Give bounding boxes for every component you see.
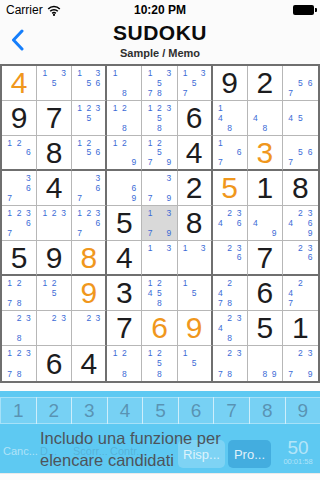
cell-r3c3[interactable]: 1256	[72, 136, 107, 171]
cell-r8c6[interactable]: 9	[178, 311, 213, 346]
toast-line-2: elencare candidati	[40, 449, 221, 471]
candidates: 15	[178, 346, 211, 381]
cell-r4c8[interactable]: 1	[248, 171, 283, 206]
candidates: 567	[283, 136, 318, 169]
given-digit: 9	[221, 68, 238, 98]
cell-r4c1[interactable]: 367	[2, 171, 37, 206]
given-digit: 6	[46, 349, 63, 379]
cell-r4c7[interactable]: 5	[213, 171, 248, 206]
cell-r5c3[interactable]: 12367	[72, 206, 107, 241]
cell-r7c2[interactable]: 125	[37, 276, 72, 311]
numpad-key-9[interactable]: 9	[285, 397, 320, 424]
cell-r4c6[interactable]: 2	[178, 171, 213, 206]
cell-r8c8[interactable]: 5	[248, 311, 283, 346]
cell-r4c4[interactable]: 69	[107, 171, 142, 206]
candidates: 128	[107, 346, 141, 381]
candidates: 12367	[72, 206, 105, 240]
numpad-key-1[interactable]: 1	[0, 397, 37, 424]
cell-r8c9[interactable]: 1	[283, 311, 318, 346]
cell-r1c3[interactable]: 1356	[72, 66, 107, 101]
cancel-button[interactable]: Canc...	[3, 445, 38, 457]
given-digit: 6	[256, 278, 273, 308]
entered-digit: 5	[221, 173, 238, 203]
cell-r5c4[interactable]: 5	[107, 206, 142, 241]
candidates: 13	[178, 241, 211, 274]
cell-r4c3[interactable]: 367	[72, 171, 107, 206]
cell-r2c2[interactable]: 7	[37, 101, 72, 136]
cell-r2c3[interactable]: 1235	[72, 101, 107, 136]
cell-r9c1[interactable]: 12378	[2, 346, 37, 381]
cell-r5c6[interactable]: 8	[178, 206, 213, 241]
status-bar: Carrier 10:20 PM	[0, 0, 320, 20]
given-digit: 1	[292, 313, 309, 343]
candidates: 15	[178, 276, 211, 310]
candidates: 1357	[178, 66, 211, 100]
entered-digit: 9	[186, 313, 203, 343]
numpad-key-2[interactable]: 2	[36, 397, 73, 424]
given-digit: 2	[256, 68, 273, 98]
cell-r9c5[interactable]: 1258	[142, 346, 177, 381]
cell-r4c9[interactable]: 8	[283, 171, 318, 206]
given-digit: 8	[46, 138, 63, 168]
given-digit: 4	[116, 243, 133, 273]
candidates: 1235	[72, 101, 105, 135]
candidates: 23	[72, 311, 105, 345]
candidates: 126	[2, 136, 36, 169]
entered-digit: 3	[256, 138, 273, 168]
cell-r6c7[interactable]: 236	[213, 241, 248, 276]
candidates: 49	[248, 206, 282, 240]
candidates: 12378	[2, 346, 36, 381]
candidates: 23469	[283, 206, 318, 240]
cell-r9c6[interactable]: 15	[178, 346, 213, 381]
toast-line-1: Includo una funzione per	[40, 427, 221, 449]
toast-overlay: 123456789 Canc... D... Scorr... Contr...…	[0, 391, 320, 473]
given-digit: 7	[46, 103, 63, 133]
candidates: 1278	[2, 276, 36, 310]
entered-digit: 4	[11, 68, 28, 98]
given-digit: 4	[80, 349, 97, 379]
app-screen: Carrier 10:20 PM SUDOKU Sample / Memo 41…	[0, 0, 320, 480]
candidates: 1379	[142, 206, 176, 240]
clock-label: 10:20 PM	[0, 3, 320, 17]
cell-r3c4[interactable]: 129	[107, 136, 142, 171]
candidates: 2348	[213, 311, 247, 345]
cell-r2c9[interactable]: 45	[283, 101, 318, 136]
candidates: 247	[283, 276, 318, 310]
cell-r9c8[interactable]: 89	[248, 346, 283, 381]
cell-r7c7[interactable]: 2478	[213, 276, 248, 311]
candidates: 1356	[72, 66, 105, 100]
cell-r2c7[interactable]: 148	[213, 101, 248, 136]
candidates: 567	[283, 66, 318, 100]
cell-r8c7[interactable]: 2348	[213, 311, 248, 346]
given-digit: 8	[292, 173, 309, 203]
cell-r6c3[interactable]: 8	[72, 241, 107, 276]
cell-r6c6[interactable]: 13	[178, 241, 213, 276]
cell-r3c8[interactable]: 3	[248, 136, 283, 171]
numpad-key-8[interactable]: 8	[249, 397, 286, 424]
candidates: 48	[248, 101, 282, 135]
next-button[interactable]: Pro...	[228, 440, 271, 468]
candidates: 2478	[213, 276, 247, 310]
cell-r1c2[interactable]: 135	[37, 66, 72, 101]
numpad-key-4[interactable]: 4	[107, 397, 144, 424]
candidates: 135	[37, 66, 71, 100]
candidates: 2379	[283, 346, 318, 381]
candidates: 12358	[142, 101, 176, 135]
cell-r2c1[interactable]: 9	[2, 101, 37, 136]
cell-r5c5[interactable]: 1379	[142, 206, 177, 241]
numpad-key-5[interactable]: 5	[142, 397, 179, 424]
candidates: 129	[107, 136, 141, 169]
cell-r5c2[interactable]: 123	[37, 206, 72, 241]
cell-r6c4[interactable]: 4	[107, 241, 142, 276]
candidates: 379	[142, 171, 176, 205]
given-digit: 2	[186, 173, 203, 203]
candidates: 2346	[213, 206, 247, 240]
candidates: 69	[107, 171, 141, 205]
cell-r2c4[interactable]: 128	[107, 101, 142, 136]
cell-r6c1[interactable]: 5	[2, 241, 37, 276]
candidates: 238	[2, 311, 36, 345]
cell-r1c8[interactable]: 2	[248, 66, 283, 101]
numpad-key-7[interactable]: 7	[213, 397, 250, 424]
candidates: 13578	[142, 66, 176, 100]
nav-bar: SUDOKU Sample / Memo	[0, 20, 320, 64]
given-digit: 4	[186, 138, 203, 168]
cell-r4c2[interactable]: 4	[37, 171, 72, 206]
cell-r3c9[interactable]: 567	[283, 136, 318, 171]
candidates: 167	[213, 136, 247, 169]
cell-r6c5[interactable]: 13	[142, 241, 177, 276]
score-label: 50	[280, 437, 316, 459]
timer-label: 00:01:58	[278, 457, 318, 466]
cell-r9c2[interactable]: 6	[37, 346, 72, 381]
cell-r6c9[interactable]: 236	[283, 241, 318, 276]
cell-r4c5[interactable]: 379	[142, 171, 177, 206]
cell-r8c2[interactable]: 23	[37, 311, 72, 346]
numpad-key-3[interactable]: 3	[71, 397, 108, 424]
cell-r3c2[interactable]: 8	[37, 136, 72, 171]
cell-r2c5[interactable]: 12358	[142, 101, 177, 136]
given-digit: 5	[11, 243, 28, 273]
cell-r1c7[interactable]: 9	[213, 66, 248, 101]
candidates: 367	[2, 171, 36, 205]
candidates: 13	[142, 241, 176, 274]
candidates: 12579	[142, 136, 176, 169]
given-digit: 5	[256, 313, 273, 343]
cell-r9c4[interactable]: 128	[107, 346, 142, 381]
cell-r9c3[interactable]: 4	[72, 346, 107, 381]
entered-digit: 6	[151, 313, 168, 343]
entered-digit: 9	[80, 278, 97, 308]
cell-r3c5[interactable]: 12579	[142, 136, 177, 171]
cell-r2c6[interactable]: 6	[178, 101, 213, 136]
board-gap	[0, 383, 320, 391]
given-digit: 8	[186, 208, 203, 238]
cell-r6c2[interactable]: 9	[37, 241, 72, 276]
candidates: 236	[213, 241, 247, 274]
candidates: 89	[248, 346, 282, 381]
given-digit: 5	[116, 208, 133, 238]
given-digit: 3	[116, 278, 133, 308]
cell-r2c8[interactable]: 48	[248, 101, 283, 136]
cell-r3c7[interactable]: 167	[213, 136, 248, 171]
cell-r1c4[interactable]: 18	[107, 66, 142, 101]
cell-r7c8[interactable]: 6	[248, 276, 283, 311]
cell-r7c4[interactable]: 3	[107, 276, 142, 311]
numpad-key-6[interactable]: 6	[178, 397, 215, 424]
candidates: 123	[37, 206, 71, 240]
cell-r7c6[interactable]: 15	[178, 276, 213, 311]
given-digit: 7	[116, 313, 133, 343]
cell-r9c9[interactable]: 2379	[283, 346, 318, 381]
cell-r8c1[interactable]: 238	[2, 311, 37, 346]
cell-r3c1[interactable]: 126	[2, 136, 37, 171]
page-subtitle: Sample / Memo	[0, 47, 320, 59]
cell-r1c9[interactable]: 567	[283, 66, 318, 101]
given-digit: 1	[256, 173, 273, 203]
sudoku-board: 4135135618135781357925679712351281235861…	[0, 64, 320, 383]
candidates: 23	[37, 311, 71, 345]
cell-r5c7[interactable]: 2346	[213, 206, 248, 241]
bottom-strip	[0, 473, 320, 480]
candidates: 1256	[72, 136, 105, 169]
candidates: 45	[283, 101, 318, 135]
candidates: 128	[107, 101, 141, 135]
candidates: 1258	[142, 346, 176, 381]
cell-r5c9[interactable]: 23469	[283, 206, 318, 241]
toast-message: Includo una funzione per elencare candid…	[40, 427, 221, 471]
cell-r3c6[interactable]: 4	[178, 136, 213, 171]
given-digit: 6	[186, 103, 203, 133]
given-digit: 7	[256, 243, 273, 273]
candidates: 148	[213, 101, 247, 135]
cell-r1c6[interactable]: 1357	[178, 66, 213, 101]
given-digit: 9	[46, 243, 63, 273]
cell-r7c9[interactable]: 247	[283, 276, 318, 311]
cell-r8c4[interactable]: 7	[107, 311, 142, 346]
given-digit: 9	[11, 103, 28, 133]
candidates: 125	[37, 276, 71, 310]
candidates: 2378	[213, 346, 247, 381]
cell-r1c1[interactable]: 4	[2, 66, 37, 101]
cell-r5c8[interactable]: 49	[248, 206, 283, 241]
cell-r7c3[interactable]: 9	[72, 276, 107, 311]
cell-r9c7[interactable]: 2378	[213, 346, 248, 381]
candidates: 18	[107, 66, 141, 100]
battery-icon	[293, 5, 314, 15]
cell-r7c1[interactable]: 1278	[2, 276, 37, 311]
page-title: SUDOKU	[0, 21, 320, 45]
candidates: 12458	[142, 276, 176, 310]
cell-r1c5[interactable]: 13578	[142, 66, 177, 101]
cell-r8c5[interactable]: 6	[142, 311, 177, 346]
cell-r7c5[interactable]: 12458	[142, 276, 177, 311]
entered-digit: 8	[80, 243, 97, 273]
given-digit: 4	[46, 173, 63, 203]
cell-r6c8[interactable]: 7	[248, 241, 283, 276]
candidates: 12367	[2, 206, 36, 240]
candidates: 367	[72, 171, 105, 205]
numpad: 123456789	[0, 397, 320, 424]
cell-r5c1[interactable]: 12367	[2, 206, 37, 241]
cell-r8c3[interactable]: 23	[72, 311, 107, 346]
candidates: 236	[283, 241, 318, 274]
